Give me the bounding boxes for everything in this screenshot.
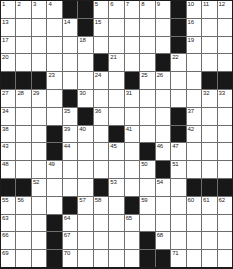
cell-r4c14[interactable] bbox=[202, 54, 216, 71]
black-cell-r12c5 bbox=[63, 197, 77, 214]
clue-number-69: 69 bbox=[2, 250, 8, 257]
clue-number-61: 61 bbox=[203, 197, 209, 204]
cell-r3c13[interactable]: 19 bbox=[187, 37, 201, 54]
cell-r7c5[interactable]: 35 bbox=[63, 108, 77, 125]
cell-r1c9[interactable]: 7 bbox=[125, 1, 139, 18]
cell-r1c3[interactable]: 3 bbox=[32, 1, 46, 18]
cell-r10c15[interactable] bbox=[218, 161, 232, 178]
clue-number-13: 13 bbox=[2, 19, 8, 26]
cell-r14c7[interactable] bbox=[94, 232, 108, 249]
clue-number-25: 25 bbox=[141, 72, 147, 79]
clue-number-60: 60 bbox=[188, 197, 194, 204]
cell-r9c9[interactable] bbox=[125, 143, 139, 160]
black-cell-r11c13 bbox=[187, 179, 201, 196]
cell-r5c4[interactable]: 23 bbox=[47, 72, 61, 89]
clue-number-49: 49 bbox=[48, 161, 54, 168]
cell-r13c5[interactable]: 64 bbox=[63, 215, 77, 232]
cell-r6c8[interactable] bbox=[109, 90, 123, 107]
cell-r13c12[interactable] bbox=[171, 215, 185, 232]
clue-number-34: 34 bbox=[2, 108, 8, 115]
cell-r14c12[interactable] bbox=[171, 232, 185, 249]
clue-number-4: 4 bbox=[48, 1, 51, 8]
clue-number-54: 54 bbox=[157, 179, 163, 186]
cell-r15c14[interactable] bbox=[202, 250, 216, 267]
cell-r15c9[interactable] bbox=[125, 250, 139, 267]
clue-number-42: 42 bbox=[188, 126, 194, 133]
cell-r7c11[interactable] bbox=[156, 108, 170, 125]
clue-number-58: 58 bbox=[95, 197, 101, 204]
clue-number-20: 20 bbox=[2, 54, 8, 61]
cell-r2c9[interactable] bbox=[125, 19, 139, 36]
clue-number-64: 64 bbox=[64, 215, 70, 222]
cell-r7c8[interactable] bbox=[109, 108, 123, 125]
cell-r11c10[interactable] bbox=[140, 179, 154, 196]
cell-r4c3[interactable] bbox=[32, 54, 46, 71]
cell-r15c1[interactable]: 69 bbox=[1, 250, 15, 267]
cell-r14c2[interactable] bbox=[16, 232, 30, 249]
black-cell-r14c4 bbox=[47, 232, 61, 249]
cell-r7c9[interactable] bbox=[125, 108, 139, 125]
cell-r2c8[interactable] bbox=[109, 19, 123, 36]
clue-number-1: 1 bbox=[2, 1, 5, 8]
cell-r8c7[interactable] bbox=[94, 126, 108, 143]
cell-r14c11[interactable]: 68 bbox=[156, 232, 170, 249]
black-cell-r9c4 bbox=[47, 143, 61, 160]
cell-r8c13[interactable]: 42 bbox=[187, 126, 201, 143]
cell-r4c13[interactable] bbox=[187, 54, 201, 71]
clue-number-15: 15 bbox=[95, 19, 101, 26]
black-cell-r15c11 bbox=[156, 250, 170, 267]
clue-number-28: 28 bbox=[17, 90, 23, 97]
cell-r10c14[interactable] bbox=[202, 161, 216, 178]
cell-r1c10[interactable]: 8 bbox=[140, 1, 154, 18]
cell-r14c1[interactable]: 66 bbox=[1, 232, 15, 249]
cell-r9c15[interactable] bbox=[218, 143, 232, 160]
clue-number-46: 46 bbox=[157, 143, 163, 150]
black-cell-r5c2 bbox=[16, 72, 30, 89]
clue-number-36: 36 bbox=[95, 108, 101, 115]
cell-r12c3[interactable] bbox=[32, 197, 46, 214]
cell-r13c13[interactable] bbox=[187, 215, 201, 232]
clue-number-14: 14 bbox=[64, 19, 70, 26]
clue-number-3: 3 bbox=[33, 1, 36, 8]
cell-r1c8[interactable]: 6 bbox=[109, 1, 123, 18]
cell-r8c2[interactable] bbox=[16, 126, 30, 143]
cell-r5c12[interactable] bbox=[171, 72, 185, 89]
cell-r8c14[interactable] bbox=[202, 126, 216, 143]
black-cell-r8c4 bbox=[47, 126, 61, 143]
cell-r9c13[interactable] bbox=[187, 143, 201, 160]
black-cell-r2c12 bbox=[171, 19, 185, 36]
cell-r12c2[interactable]: 56 bbox=[16, 197, 30, 214]
cell-r8c5[interactable]: 39 bbox=[63, 126, 77, 143]
cell-r1c13[interactable]: 10 bbox=[187, 1, 201, 18]
cell-r12c14[interactable]: 61 bbox=[202, 197, 216, 214]
cell-r15c7[interactable] bbox=[94, 250, 108, 267]
cell-r3c3[interactable] bbox=[32, 37, 46, 54]
cell-r13c3[interactable] bbox=[32, 215, 46, 232]
black-cell-r7c12 bbox=[171, 108, 185, 125]
cell-r4c6[interactable] bbox=[78, 54, 92, 71]
clue-number-18: 18 bbox=[79, 37, 85, 44]
clue-number-2: 2 bbox=[17, 1, 20, 8]
cell-r11c11[interactable]: 54 bbox=[156, 179, 170, 196]
cell-r15c8[interactable] bbox=[109, 250, 123, 267]
cell-r6c4[interactable] bbox=[47, 90, 61, 107]
cell-r14c3[interactable] bbox=[32, 232, 46, 249]
clue-number-39: 39 bbox=[64, 126, 70, 133]
cell-r6c13[interactable] bbox=[187, 90, 201, 107]
clue-number-5: 5 bbox=[95, 1, 98, 8]
clue-number-12: 12 bbox=[219, 1, 225, 8]
cell-r2c3[interactable] bbox=[32, 19, 46, 36]
clue-number-23: 23 bbox=[48, 72, 54, 79]
cell-r11c3[interactable]: 52 bbox=[32, 179, 46, 196]
cell-r3c14[interactable] bbox=[202, 37, 216, 54]
cell-r15c6[interactable] bbox=[78, 250, 92, 267]
clue-number-11: 11 bbox=[203, 1, 209, 8]
cell-r4c4[interactable] bbox=[47, 54, 61, 71]
clue-number-71: 71 bbox=[172, 250, 178, 257]
clue-number-29: 29 bbox=[33, 90, 39, 97]
cell-r6c1[interactable]: 27 bbox=[1, 90, 15, 107]
cell-r1c14[interactable]: 11 bbox=[202, 1, 216, 18]
cell-r8c10[interactable] bbox=[140, 126, 154, 143]
clue-number-26: 26 bbox=[157, 72, 163, 79]
black-cell-r5c14 bbox=[202, 72, 216, 89]
clue-number-66: 66 bbox=[2, 232, 8, 239]
clue-number-62: 62 bbox=[219, 197, 225, 204]
clue-number-7: 7 bbox=[126, 1, 129, 8]
cell-r10c4[interactable]: 49 bbox=[47, 161, 61, 178]
cell-r9c5[interactable]: 44 bbox=[63, 143, 77, 160]
cell-r11c9[interactable] bbox=[125, 179, 139, 196]
clue-number-51: 51 bbox=[172, 161, 178, 168]
cell-r10c7[interactable] bbox=[94, 161, 108, 178]
cell-r10c12[interactable]: 51 bbox=[171, 161, 185, 178]
cell-r6c15[interactable]: 33 bbox=[218, 90, 232, 107]
cell-r1c15[interactable]: 12 bbox=[218, 1, 232, 18]
crossword-puzzle: 1234567891011121314151617181920212223242… bbox=[0, 0, 233, 269]
clue-number-19: 19 bbox=[188, 37, 194, 44]
black-cell-r10c11 bbox=[156, 161, 170, 178]
clue-number-38: 38 bbox=[2, 126, 8, 133]
clue-number-68: 68 bbox=[157, 232, 163, 239]
cell-r11c5[interactable] bbox=[63, 179, 77, 196]
cell-r9c14[interactable] bbox=[202, 143, 216, 160]
clue-number-17: 17 bbox=[2, 37, 8, 44]
black-cell-r15c10 bbox=[140, 250, 154, 267]
cell-r3c11[interactable] bbox=[156, 37, 170, 54]
cell-r4c5[interactable] bbox=[63, 54, 77, 71]
cell-r10c10[interactable]: 50 bbox=[140, 161, 154, 178]
clue-number-50: 50 bbox=[141, 161, 147, 168]
cell-r4c15[interactable] bbox=[218, 54, 232, 71]
cell-r12c6[interactable]: 57 bbox=[78, 197, 92, 214]
cell-r1c1[interactable]: 1 bbox=[1, 1, 15, 18]
black-cell-r11c1 bbox=[1, 179, 15, 196]
cell-r2c14[interactable] bbox=[202, 19, 216, 36]
cell-r2c15[interactable] bbox=[218, 19, 232, 36]
cell-r13c9[interactable]: 65 bbox=[125, 215, 139, 232]
cell-r3c7[interactable] bbox=[94, 37, 108, 54]
cell-r14c5[interactable]: 67 bbox=[63, 232, 77, 249]
cell-r10c5[interactable] bbox=[63, 161, 77, 178]
cell-r13c10[interactable] bbox=[140, 215, 154, 232]
cell-r4c9[interactable] bbox=[125, 54, 139, 71]
black-cell-r5c1 bbox=[1, 72, 15, 89]
cell-r5c7[interactable]: 24 bbox=[94, 72, 108, 89]
cell-r4c10[interactable] bbox=[140, 54, 154, 71]
cell-r10c6[interactable] bbox=[78, 161, 92, 178]
cell-r6c7[interactable] bbox=[94, 90, 108, 107]
cell-r7c15[interactable] bbox=[218, 108, 232, 125]
cell-r3c8[interactable] bbox=[109, 37, 123, 54]
cell-r12c8[interactable] bbox=[109, 197, 123, 214]
cell-r7c10[interactable] bbox=[140, 108, 154, 125]
cell-r13c8[interactable] bbox=[109, 215, 123, 232]
cell-r12c12[interactable] bbox=[171, 197, 185, 214]
clue-number-47: 47 bbox=[172, 143, 178, 150]
cell-r5c10[interactable]: 25 bbox=[140, 72, 154, 89]
clue-number-31: 31 bbox=[126, 90, 132, 97]
cell-r7c13[interactable]: 37 bbox=[187, 108, 201, 125]
cell-r14c13[interactable] bbox=[187, 232, 201, 249]
cell-r7c7[interactable]: 36 bbox=[94, 108, 108, 125]
black-cell-r5c9 bbox=[125, 72, 139, 89]
cell-r12c4[interactable] bbox=[47, 197, 61, 214]
cell-r10c3[interactable] bbox=[32, 161, 46, 178]
clue-number-9: 9 bbox=[157, 1, 160, 8]
clue-number-52: 52 bbox=[33, 179, 39, 186]
cell-r15c15[interactable] bbox=[218, 250, 232, 267]
cell-r10c9[interactable] bbox=[125, 161, 139, 178]
cell-r9c8[interactable]: 45 bbox=[109, 143, 123, 160]
cell-r15c13[interactable] bbox=[187, 250, 201, 267]
cell-r15c5[interactable]: 70 bbox=[63, 250, 77, 267]
cell-r2c1[interactable]: 13 bbox=[1, 19, 15, 36]
clue-number-16: 16 bbox=[188, 19, 194, 26]
clue-number-24: 24 bbox=[95, 72, 101, 79]
cell-r11c4[interactable] bbox=[47, 179, 61, 196]
cell-r2c11[interactable] bbox=[156, 19, 170, 36]
clue-number-43: 43 bbox=[2, 143, 8, 150]
cell-r10c8[interactable] bbox=[109, 161, 123, 178]
cell-r13c14[interactable] bbox=[202, 215, 216, 232]
cell-r9c12[interactable]: 47 bbox=[171, 143, 185, 160]
clue-number-32: 32 bbox=[203, 90, 209, 97]
cell-r5c11[interactable]: 26 bbox=[156, 72, 170, 89]
cell-r9c11[interactable]: 46 bbox=[156, 143, 170, 160]
cell-r12c15[interactable]: 62 bbox=[218, 197, 232, 214]
cell-r3c9[interactable] bbox=[125, 37, 139, 54]
clue-number-33: 33 bbox=[219, 90, 225, 97]
cell-r14c8[interactable] bbox=[109, 232, 123, 249]
cell-r11c6[interactable] bbox=[78, 179, 92, 196]
black-cell-r2c6 bbox=[78, 19, 92, 36]
black-cell-r5c15 bbox=[218, 72, 232, 89]
cell-r13c15[interactable] bbox=[218, 215, 232, 232]
cell-r10c2[interactable] bbox=[16, 161, 30, 178]
black-cell-r5c3 bbox=[32, 72, 46, 89]
crossword-grid: 1234567891011121314151617181920212223242… bbox=[0, 0, 233, 269]
black-cell-r4c7 bbox=[94, 54, 108, 71]
cell-r2c2[interactable] bbox=[16, 19, 30, 36]
cell-r13c11[interactable] bbox=[156, 215, 170, 232]
clue-number-40: 40 bbox=[79, 126, 85, 133]
cell-r2c5[interactable]: 14 bbox=[63, 19, 77, 36]
cell-r5c5[interactable] bbox=[63, 72, 77, 89]
cell-r8c11[interactable] bbox=[156, 126, 170, 143]
cell-r1c2[interactable]: 2 bbox=[16, 1, 30, 18]
cell-r2c7[interactable]: 15 bbox=[94, 19, 108, 36]
clue-number-41: 41 bbox=[126, 126, 132, 133]
black-cell-r1c12 bbox=[171, 1, 185, 18]
cell-r1c7[interactable]: 5 bbox=[94, 1, 108, 18]
cell-r13c1[interactable]: 63 bbox=[1, 215, 15, 232]
cell-r7c3[interactable] bbox=[32, 108, 46, 125]
clue-number-44: 44 bbox=[64, 143, 70, 150]
cell-r6c2[interactable]: 28 bbox=[16, 90, 30, 107]
clue-number-6: 6 bbox=[110, 1, 113, 8]
clue-number-35: 35 bbox=[64, 108, 70, 115]
cell-r6c12[interactable] bbox=[171, 90, 185, 107]
cell-r9c2[interactable] bbox=[16, 143, 30, 160]
clue-number-22: 22 bbox=[172, 54, 178, 61]
clue-number-57: 57 bbox=[79, 197, 85, 204]
black-cell-r11c2 bbox=[16, 179, 30, 196]
clue-number-65: 65 bbox=[126, 215, 132, 222]
black-cell-r4c11 bbox=[156, 54, 170, 71]
cell-r11c8[interactable]: 53 bbox=[109, 179, 123, 196]
black-cell-r9c10 bbox=[140, 143, 154, 160]
clue-number-53: 53 bbox=[110, 179, 116, 186]
cell-r8c1[interactable]: 38 bbox=[1, 126, 15, 143]
cell-r4c1[interactable]: 20 bbox=[1, 54, 15, 71]
black-cell-r1c5 bbox=[63, 1, 77, 18]
black-cell-r11c7 bbox=[94, 179, 108, 196]
cell-r9c7[interactable] bbox=[94, 143, 108, 160]
black-cell-r12c9 bbox=[125, 197, 139, 214]
clue-number-59: 59 bbox=[141, 197, 147, 204]
cell-r15c12[interactable]: 71 bbox=[171, 250, 185, 267]
black-cell-r15c4 bbox=[47, 250, 61, 267]
cell-r8c6[interactable]: 40 bbox=[78, 126, 92, 143]
cell-r9c6[interactable] bbox=[78, 143, 92, 160]
clue-number-56: 56 bbox=[17, 197, 23, 204]
cell-r14c6[interactable] bbox=[78, 232, 92, 249]
cell-r3c5[interactable] bbox=[63, 37, 77, 54]
cell-r2c10[interactable] bbox=[140, 19, 154, 36]
black-cell-r11c15 bbox=[218, 179, 232, 196]
clue-number-30: 30 bbox=[79, 90, 85, 97]
clue-number-55: 55 bbox=[2, 197, 8, 204]
clue-number-27: 27 bbox=[2, 90, 8, 97]
cell-r7c4[interactable] bbox=[47, 108, 61, 125]
cell-r6c9[interactable]: 31 bbox=[125, 90, 139, 107]
cell-r2c13[interactable]: 16 bbox=[187, 19, 201, 36]
cell-r4c2[interactable] bbox=[16, 54, 30, 71]
black-cell-r13c4 bbox=[47, 215, 61, 232]
cell-r3c10[interactable] bbox=[140, 37, 154, 54]
clue-number-45: 45 bbox=[110, 143, 116, 150]
cell-r14c14[interactable] bbox=[202, 232, 216, 249]
cell-r7c14[interactable] bbox=[202, 108, 216, 125]
cell-r3c4[interactable] bbox=[47, 37, 61, 54]
cell-r9c3[interactable] bbox=[32, 143, 46, 160]
cell-r6c10[interactable] bbox=[140, 90, 154, 107]
cell-r12c13[interactable]: 60 bbox=[187, 197, 201, 214]
cell-r15c2[interactable] bbox=[16, 250, 30, 267]
cell-r2c4[interactable] bbox=[47, 19, 61, 36]
cell-r11c12[interactable] bbox=[171, 179, 185, 196]
cell-r3c6[interactable]: 18 bbox=[78, 37, 92, 54]
cell-r13c6[interactable] bbox=[78, 215, 92, 232]
cell-r3c15[interactable] bbox=[218, 37, 232, 54]
cell-r14c9[interactable] bbox=[125, 232, 139, 249]
black-cell-r1c6 bbox=[78, 1, 92, 18]
clue-number-48: 48 bbox=[2, 161, 8, 168]
cell-r13c7[interactable] bbox=[94, 215, 108, 232]
cell-r6c3[interactable]: 29 bbox=[32, 90, 46, 107]
cell-r7c2[interactable] bbox=[16, 108, 30, 125]
cell-r3c2[interactable] bbox=[16, 37, 30, 54]
cell-r4c8[interactable]: 21 bbox=[109, 54, 123, 71]
clue-number-21: 21 bbox=[110, 54, 116, 61]
cell-r8c3[interactable] bbox=[32, 126, 46, 143]
cell-r15c3[interactable] bbox=[32, 250, 46, 267]
cell-r14c15[interactable] bbox=[218, 232, 232, 249]
cell-r5c8[interactable] bbox=[109, 72, 123, 89]
black-cell-r11c14 bbox=[202, 179, 216, 196]
cell-r12c11[interactable] bbox=[156, 197, 170, 214]
cell-r13c2[interactable] bbox=[16, 215, 30, 232]
cell-r8c9[interactable]: 41 bbox=[125, 126, 139, 143]
cell-r10c1[interactable]: 48 bbox=[1, 161, 15, 178]
cell-r6c14[interactable]: 32 bbox=[202, 90, 216, 107]
cell-r12c7[interactable]: 58 bbox=[94, 197, 108, 214]
black-cell-r8c8 bbox=[109, 126, 123, 143]
clue-number-70: 70 bbox=[64, 250, 70, 257]
clue-number-8: 8 bbox=[141, 1, 144, 8]
cell-r12c1[interactable]: 55 bbox=[1, 197, 15, 214]
cell-r1c11[interactable]: 9 bbox=[156, 1, 170, 18]
black-cell-r8c12 bbox=[171, 126, 185, 143]
black-cell-r14c10 bbox=[140, 232, 154, 249]
black-cell-r7c6 bbox=[78, 108, 92, 125]
clue-number-63: 63 bbox=[2, 215, 8, 222]
cell-r8c15[interactable] bbox=[218, 126, 232, 143]
clue-number-10: 10 bbox=[188, 1, 194, 8]
black-cell-r6c5 bbox=[63, 90, 77, 107]
cell-r12c10[interactable]: 59 bbox=[140, 197, 154, 214]
cell-r4c12[interactable]: 22 bbox=[171, 54, 185, 71]
cell-r3c1[interactable]: 17 bbox=[1, 37, 15, 54]
cell-r1c4[interactable]: 4 bbox=[47, 1, 61, 18]
cell-r9c1[interactable]: 43 bbox=[1, 143, 15, 160]
cell-r5c13[interactable] bbox=[187, 72, 201, 89]
cell-r6c11[interactable] bbox=[156, 90, 170, 107]
cell-r10c13[interactable] bbox=[187, 161, 201, 178]
cell-r7c1[interactable]: 34 bbox=[1, 108, 15, 125]
cell-r5c6[interactable] bbox=[78, 72, 92, 89]
black-cell-r3c12 bbox=[171, 37, 185, 54]
cell-r6c6[interactable]: 30 bbox=[78, 90, 92, 107]
clue-number-37: 37 bbox=[188, 108, 194, 115]
clue-number-67: 67 bbox=[64, 232, 70, 239]
